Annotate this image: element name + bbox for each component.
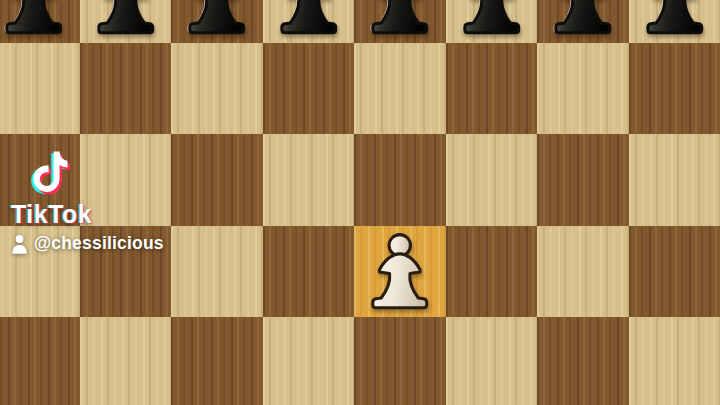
square-f6[interactable] xyxy=(446,43,538,135)
black-pawn-c7 xyxy=(171,0,263,43)
square-f7[interactable] xyxy=(446,0,538,43)
white-pawn-e4 xyxy=(354,226,446,318)
square-d6[interactable] xyxy=(263,43,355,135)
square-f3[interactable] xyxy=(446,317,538,405)
square-f5[interactable] xyxy=(446,134,538,226)
square-g4[interactable] xyxy=(537,226,629,318)
black-pawn-h7 xyxy=(629,0,720,43)
square-g3[interactable] xyxy=(537,317,629,405)
square-h6[interactable] xyxy=(629,43,720,135)
square-e3[interactable] xyxy=(354,317,446,405)
square-g5[interactable] xyxy=(537,134,629,226)
square-a6[interactable] xyxy=(0,43,80,135)
square-e5[interactable] xyxy=(354,134,446,226)
square-c4[interactable] xyxy=(171,226,263,318)
square-g7[interactable] xyxy=(537,0,629,43)
square-a4[interactable] xyxy=(0,226,80,318)
square-b7[interactable] xyxy=(80,0,172,43)
black-pawn-e7 xyxy=(354,0,446,43)
chess-board xyxy=(0,0,720,405)
square-c7[interactable] xyxy=(171,0,263,43)
black-pawn-f7 xyxy=(446,0,538,43)
square-h5[interactable] xyxy=(629,134,720,226)
square-e4[interactable] xyxy=(354,226,446,318)
square-a5[interactable] xyxy=(0,134,80,226)
square-b5[interactable] xyxy=(80,134,172,226)
square-g6[interactable] xyxy=(537,43,629,135)
square-c5[interactable] xyxy=(171,134,263,226)
square-b6[interactable] xyxy=(80,43,172,135)
square-d3[interactable] xyxy=(263,317,355,405)
black-pawn-d7 xyxy=(263,0,355,43)
square-e6[interactable] xyxy=(354,43,446,135)
square-d7[interactable] xyxy=(263,0,355,43)
black-pawn-a7 xyxy=(0,0,80,43)
square-c6[interactable] xyxy=(171,43,263,135)
square-b4[interactable] xyxy=(80,226,172,318)
square-h7[interactable] xyxy=(629,0,720,43)
square-h3[interactable] xyxy=(629,317,720,405)
square-c3[interactable] xyxy=(171,317,263,405)
black-pawn-b7 xyxy=(80,0,172,43)
square-a3[interactable] xyxy=(0,317,80,405)
square-e7[interactable] xyxy=(354,0,446,43)
square-f4[interactable] xyxy=(446,226,538,318)
video-frame: { "game": "chess", "position": { "fen_in… xyxy=(0,0,720,405)
square-d4[interactable] xyxy=(263,226,355,318)
black-pawn-g7 xyxy=(537,0,629,43)
square-h4[interactable] xyxy=(629,226,720,318)
square-d5[interactable] xyxy=(263,134,355,226)
square-b3[interactable] xyxy=(80,317,172,405)
square-a7[interactable] xyxy=(0,0,80,43)
